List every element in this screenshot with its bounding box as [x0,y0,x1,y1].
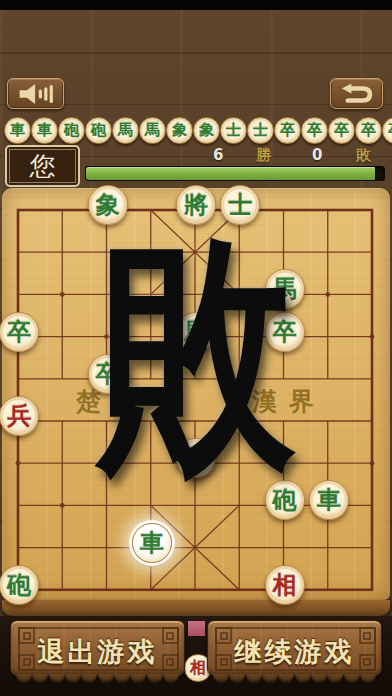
tray-piece: 象 [166,117,193,144]
scallop-bump [32,674,48,683]
tray-piece-char: 象 [172,123,187,138]
sound-button[interactable] [7,78,64,109]
board-piece-char: 兵 [184,446,208,470]
scallop-bump [49,674,65,683]
board-piece-char: 卒 [96,362,120,386]
board-piece-green[interactable]: 卒 [88,354,128,394]
board-grid [2,188,390,600]
status-bar-strip [0,0,392,10]
tray-piece-char: 馬 [118,123,133,138]
continue-game-label: 继续游戏 [208,634,381,670]
tray-piece: 卒 [328,117,355,144]
board-piece-green[interactable]: 象 [88,185,128,225]
board-piece-char: 士 [228,193,252,217]
gap-piece-char: 相 [190,658,206,679]
scallop-bump [360,674,376,683]
scallop-bump [262,674,278,683]
losses-value: 0 [312,147,322,164]
board-piece-char: 兵 [7,404,31,428]
player-label: 您 [30,149,56,184]
scallop-bump [311,674,327,683]
tray-piece-char: 馬 [145,123,160,138]
tray-piece-char: 車 [37,123,52,138]
tray-piece-char: 砲 [64,123,79,138]
scallop-bump [16,674,32,683]
board-piece-char: 馬 [184,320,208,344]
tray-piece: 砲 [58,117,85,144]
tray-piece: 士 [220,117,247,144]
app-screen: 車車砲砲馬馬象象士士卒卒卒卒卒 您 6 勝 0 敗 楚河 漢界 象將士馬卒馬卒卒… [0,0,392,696]
score-row: 6 勝 0 敗 [85,147,385,164]
board-piece-green[interactable]: 將 [176,185,216,225]
scallop-bump [147,674,163,683]
scallop-bump [65,674,81,683]
tray-piece-char: 象 [199,123,214,138]
tray-piece-char: 卒 [361,123,376,138]
board-piece-green[interactable]: 馬 [265,269,305,309]
board-piece-char: 車 [317,488,341,512]
tray-piece: 卒 [355,117,382,144]
scallop-bump [229,674,245,683]
exit-game-label: 退出游戏 [11,634,184,670]
exit-game-button[interactable]: 退出游戏 [10,620,185,676]
tray-piece-char: 卒 [280,123,295,138]
scallop-bump [213,674,229,683]
scallop-bump [163,674,179,683]
speaker-icon [16,82,56,106]
tray-piece-char: 卒 [334,123,349,138]
board-piece-red[interactable]: 兵 [176,438,216,478]
scallop-bump [327,674,343,683]
board-piece-char: 車 [140,531,164,555]
board-piece-char: 象 [96,193,120,217]
scallop-bump [246,674,262,683]
tray-piece-char: 卒 [388,123,392,138]
scallop-bump [114,674,130,683]
tray-piece: 象 [193,117,220,144]
button-scallops [16,674,179,683]
board-piece-char: 砲 [7,573,31,597]
captured-pieces-tray: 車車砲砲馬馬象象士士卒卒卒卒卒 [4,117,388,144]
board-piece-char: 馬 [273,277,297,301]
player-label-box: 您 [5,145,80,187]
board-piece-green-selected[interactable]: 車 [132,523,172,563]
board-piece-char: 相 [273,573,297,597]
board-piece-green[interactable]: 士 [220,185,260,225]
tray-piece: 卒 [274,117,301,144]
scallop-bump [98,674,114,683]
board-piece-red[interactable]: 兵 [0,396,39,436]
tray-piece: 車 [31,117,58,144]
tray-piece-char: 卒 [307,123,322,138]
continue-game-button[interactable]: 继续游戏 [207,620,382,676]
tray-piece-char: 士 [253,123,268,138]
board-piece-char: 卒 [7,320,31,344]
board-piece-green[interactable]: 馬 [176,312,216,352]
progress-bar [85,166,385,181]
tray-piece: 車 [4,117,31,144]
tray-piece: 士 [247,117,274,144]
progress-fill [86,167,375,180]
wins-label: 勝 [256,147,271,164]
board-piece-green[interactable]: 砲 [265,480,305,520]
board-piece-green[interactable]: 車 [309,480,349,520]
losses-label: 敗 [356,147,371,164]
tray-piece-char: 砲 [91,123,106,138]
tray-piece: 卒 [382,117,392,144]
captured-animation-chip [188,621,205,636]
board-piece-green[interactable]: 砲 [0,565,39,605]
scallop-bump [295,674,311,683]
return-arrow-icon [338,82,376,106]
tray-piece-char: 車 [10,123,25,138]
button-scallops [213,674,376,683]
xiangqi-board: 楚河 漢界 象將士馬卒馬卒卒兵兵砲車車砲相 [2,188,390,600]
board-piece-green[interactable]: 卒 [0,312,39,352]
scallop-bump [81,674,97,683]
tray-piece: 卒 [301,117,328,144]
board-piece-green[interactable]: 卒 [265,312,305,352]
board-piece-char: 卒 [273,320,297,344]
tray-piece: 馬 [139,117,166,144]
scallop-bump [130,674,146,683]
board-piece-char: 砲 [273,488,297,512]
tray-piece: 馬 [112,117,139,144]
tray-piece-char: 士 [226,123,241,138]
wins-value: 6 [213,147,223,164]
scallop-bump [344,674,360,683]
back-button[interactable] [330,78,383,109]
board-piece-red[interactable]: 相 [265,565,305,605]
river-label-right: 漢界 [252,385,326,418]
board-front-edge [2,600,390,616]
tray-piece: 砲 [85,117,112,144]
board-piece-char: 將 [184,193,208,217]
scallop-bump [278,674,294,683]
